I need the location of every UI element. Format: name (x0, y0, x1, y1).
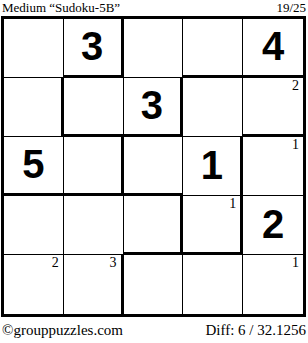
pencil-mark: 1 (292, 137, 299, 153)
puzzle-title: Medium “Sudoku-5B” (2, 0, 120, 16)
pencil-mark: 2 (52, 255, 59, 271)
cell-r3c2[interactable] (64, 137, 124, 196)
site-name: grouppuzzles.com (13, 322, 123, 338)
cell-r2c2[interactable] (64, 78, 124, 137)
given-digit: 1 (201, 145, 223, 185)
cell-r3c5[interactable]: 1 (243, 137, 303, 196)
cell-r1c5[interactable]: 4 (243, 19, 303, 78)
cell-r5c5[interactable]: 1 (243, 255, 303, 314)
cell-r1c2[interactable]: 3 (64, 19, 124, 78)
copyright-text: ©grouppuzzles.com (2, 321, 123, 339)
given-digit: 3 (81, 26, 103, 66)
cell-r1c4[interactable] (183, 19, 243, 78)
difficulty-text: Diff: 6 / 32.1256 (205, 321, 306, 339)
header: Medium “Sudoku-5B” 19/25 (2, 0, 306, 16)
pencil-mark: 1 (292, 255, 299, 271)
cell-r3c1[interactable]: 5 (4, 137, 64, 196)
cell-r2c4[interactable] (183, 78, 243, 137)
cell-r3c4[interactable]: 1 (183, 137, 243, 196)
pencil-mark: 3 (110, 255, 117, 271)
pencil-mark: 1 (229, 196, 236, 212)
puzzle-page: Medium “Sudoku-5B” 19/25 343251112231 ©g… (0, 0, 308, 343)
cell-r3c3[interactable] (124, 137, 184, 196)
cell-r1c1[interactable] (4, 19, 64, 78)
cell-r5c4[interactable] (183, 255, 243, 314)
cell-r4c5[interactable]: 2 (243, 196, 303, 255)
cell-r4c2[interactable] (64, 196, 124, 255)
copyright-icon: © (2, 322, 13, 338)
footer: ©grouppuzzles.com Diff: 6 / 32.1256 (2, 321, 306, 339)
given-digit: 2 (262, 204, 284, 244)
cell-r4c4[interactable]: 1 (183, 196, 243, 255)
cell-r2c1[interactable] (4, 78, 64, 137)
cell-r2c3[interactable]: 3 (124, 78, 184, 137)
given-digit: 3 (141, 85, 163, 125)
cell-r5c3[interactable] (124, 255, 184, 314)
puzzle-counter: 19/25 (276, 0, 306, 16)
cell-r1c3[interactable] (124, 19, 184, 78)
cell-r4c3[interactable] (124, 196, 184, 255)
pencil-mark: 2 (292, 78, 299, 94)
cell-r5c1[interactable]: 2 (4, 255, 64, 314)
cell-r5c2[interactable]: 3 (64, 255, 124, 314)
given-digit: 4 (262, 26, 284, 66)
given-digit: 5 (22, 144, 44, 184)
cell-r2c5[interactable]: 2 (243, 78, 303, 137)
cell-r4c1[interactable] (4, 196, 64, 255)
sudoku-grid: 343251112231 (1, 16, 306, 317)
